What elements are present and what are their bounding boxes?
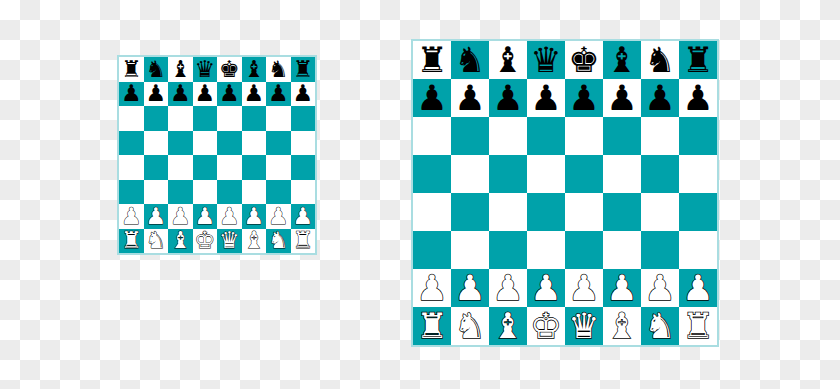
- square-d2: ♟: [193, 204, 218, 229]
- square-g6: [641, 117, 679, 155]
- black-bishop: ♝: [606, 43, 637, 78]
- square-c1: ♝: [168, 229, 193, 254]
- small-chessboard: ♜♞♝♛♚♝♞♜♟♟♟♟♟♟♟♟♟♟♟♟♟♟♟♟♜♞♝♚♛♝♞♜: [117, 55, 317, 255]
- white-pawn: ♟: [219, 205, 240, 228]
- black-knight: ♞: [454, 43, 485, 78]
- square-a5: [413, 155, 451, 193]
- square-f6: [242, 106, 267, 131]
- square-c6: [168, 106, 193, 131]
- square-e6: [217, 106, 242, 131]
- black-pawn: ♟: [530, 81, 561, 116]
- square-c8: ♝: [489, 41, 527, 79]
- black-rook: ♜: [292, 58, 313, 81]
- white-bishop: ♝: [492, 309, 523, 344]
- square-e4: [565, 193, 603, 231]
- white-rook: ♜: [292, 229, 313, 252]
- square-c4: [168, 155, 193, 180]
- square-g4: [641, 193, 679, 231]
- square-a4: [119, 155, 144, 180]
- square-b6: [144, 106, 169, 131]
- square-c2: ♟: [168, 204, 193, 229]
- square-c8: ♝: [168, 57, 193, 82]
- square-e5: [217, 131, 242, 156]
- black-knight: ♞: [644, 43, 675, 78]
- square-h4: [291, 155, 316, 180]
- square-e8: ♚: [217, 57, 242, 82]
- square-c3: [489, 231, 527, 269]
- white-pawn: ♟: [416, 271, 447, 306]
- square-a1: ♜: [413, 307, 451, 345]
- white-king: ♚: [194, 229, 215, 252]
- white-rook: ♜: [682, 309, 713, 344]
- square-f3: [603, 231, 641, 269]
- square-g5: [266, 131, 291, 156]
- square-h4: [679, 193, 717, 231]
- square-c4: [489, 193, 527, 231]
- black-pawn: ♟: [145, 82, 166, 105]
- white-pawn: ♟: [492, 271, 523, 306]
- white-pawn: ♟: [268, 205, 289, 228]
- square-c2: ♟: [489, 269, 527, 307]
- black-pawn: ♟: [243, 82, 264, 105]
- black-pawn: ♟: [121, 82, 142, 105]
- square-b3: [144, 180, 169, 205]
- square-e3: [217, 180, 242, 205]
- black-bishop: ♝: [492, 43, 523, 78]
- black-pawn: ♟: [170, 82, 191, 105]
- square-d7: ♟: [527, 79, 565, 117]
- square-g6: [266, 106, 291, 131]
- black-pawn: ♟: [454, 81, 485, 116]
- black-pawn: ♟: [644, 81, 675, 116]
- square-b8: ♞: [451, 41, 489, 79]
- square-h6: [291, 106, 316, 131]
- square-h5: [291, 131, 316, 156]
- square-f8: ♝: [242, 57, 267, 82]
- square-h2: ♟: [679, 269, 717, 307]
- square-a6: [119, 106, 144, 131]
- square-e5: [565, 155, 603, 193]
- square-f7: ♟: [603, 79, 641, 117]
- square-f4: [603, 193, 641, 231]
- square-d1: ♚: [527, 307, 565, 345]
- square-e6: [565, 117, 603, 155]
- black-king: ♚: [219, 58, 240, 81]
- square-a8: ♜: [413, 41, 451, 79]
- square-h7: ♟: [679, 79, 717, 117]
- white-pawn: ♟: [145, 205, 166, 228]
- white-knight: ♞: [268, 229, 289, 252]
- square-b1: ♞: [144, 229, 169, 254]
- white-queen: ♛: [568, 309, 599, 344]
- square-a6: [413, 117, 451, 155]
- square-a2: ♟: [119, 204, 144, 229]
- square-d4: [193, 155, 218, 180]
- white-pawn: ♟: [454, 271, 485, 306]
- square-e1: ♛: [217, 229, 242, 254]
- square-b6: [451, 117, 489, 155]
- square-h1: ♜: [679, 307, 717, 345]
- square-f3: [242, 180, 267, 205]
- square-g3: [266, 180, 291, 205]
- white-rook: ♜: [416, 309, 447, 344]
- square-e3: [565, 231, 603, 269]
- square-f5: [242, 131, 267, 156]
- white-pawn: ♟: [170, 205, 191, 228]
- black-pawn: ♟: [682, 81, 713, 116]
- square-b2: ♟: [144, 204, 169, 229]
- square-a5: [119, 131, 144, 156]
- square-g4: [266, 155, 291, 180]
- square-d6: [527, 117, 565, 155]
- square-d4: [527, 193, 565, 231]
- square-h6: [679, 117, 717, 155]
- square-a2: ♟: [413, 269, 451, 307]
- square-b7: ♟: [144, 82, 169, 107]
- square-e7: ♟: [217, 82, 242, 107]
- square-f2: ♟: [603, 269, 641, 307]
- black-pawn: ♟: [194, 82, 215, 105]
- square-b4: [144, 155, 169, 180]
- square-g3: [641, 231, 679, 269]
- square-f7: ♟: [242, 82, 267, 107]
- square-c3: [168, 180, 193, 205]
- white-pawn: ♟: [121, 205, 142, 228]
- white-pawn: ♟: [568, 271, 599, 306]
- black-pawn: ♟: [292, 82, 313, 105]
- square-e8: ♚: [565, 41, 603, 79]
- black-pawn: ♟: [268, 82, 289, 105]
- square-c5: [168, 131, 193, 156]
- square-d3: [193, 180, 218, 205]
- black-pawn: ♟: [606, 81, 637, 116]
- square-g7: ♟: [641, 79, 679, 117]
- square-f6: [603, 117, 641, 155]
- square-c5: [489, 155, 527, 193]
- square-a8: ♜: [119, 57, 144, 82]
- square-g1: ♞: [266, 229, 291, 254]
- square-h3: [291, 180, 316, 205]
- white-pawn: ♟: [243, 205, 264, 228]
- square-h2: ♟: [291, 204, 316, 229]
- square-h8: ♜: [679, 41, 717, 79]
- square-b7: ♟: [451, 79, 489, 117]
- square-d7: ♟: [193, 82, 218, 107]
- square-c7: ♟: [168, 82, 193, 107]
- square-d1: ♚: [193, 229, 218, 254]
- white-bishop: ♝: [170, 229, 191, 252]
- black-knight: ♞: [268, 58, 289, 81]
- square-f4: [242, 155, 267, 180]
- square-g8: ♞: [641, 41, 679, 79]
- square-d5: [193, 131, 218, 156]
- square-g2: ♟: [266, 204, 291, 229]
- square-b3: [451, 231, 489, 269]
- square-a3: [119, 180, 144, 205]
- black-pawn: ♟: [568, 81, 599, 116]
- square-g2: ♟: [641, 269, 679, 307]
- square-h7: ♟: [291, 82, 316, 107]
- square-a4: [413, 193, 451, 231]
- square-e1: ♛: [565, 307, 603, 345]
- square-a7: ♟: [413, 79, 451, 117]
- black-pawn: ♟: [219, 82, 240, 105]
- square-e4: [217, 155, 242, 180]
- square-d8: ♛: [527, 41, 565, 79]
- white-queen: ♛: [219, 229, 240, 252]
- square-b2: ♟: [451, 269, 489, 307]
- black-rook: ♜: [682, 43, 713, 78]
- black-pawn: ♟: [416, 81, 447, 116]
- square-c1: ♝: [489, 307, 527, 345]
- square-d3: [527, 231, 565, 269]
- square-g8: ♞: [266, 57, 291, 82]
- square-f2: ♟: [242, 204, 267, 229]
- square-b1: ♞: [451, 307, 489, 345]
- square-d8: ♛: [193, 57, 218, 82]
- square-h1: ♜: [291, 229, 316, 254]
- white-pawn: ♟: [606, 271, 637, 306]
- square-b5: [451, 155, 489, 193]
- white-knight: ♞: [454, 309, 485, 344]
- square-d5: [527, 155, 565, 193]
- black-queen: ♛: [530, 43, 561, 78]
- white-rook: ♜: [121, 229, 142, 252]
- square-c7: ♟: [489, 79, 527, 117]
- square-g1: ♞: [641, 307, 679, 345]
- white-pawn: ♟: [682, 271, 713, 306]
- square-h3: [679, 231, 717, 269]
- square-g5: [641, 155, 679, 193]
- white-knight: ♞: [644, 309, 675, 344]
- square-b8: ♞: [144, 57, 169, 82]
- white-pawn: ♟: [530, 271, 561, 306]
- black-king: ♚: [568, 43, 599, 78]
- square-b5: [144, 131, 169, 156]
- black-knight: ♞: [145, 58, 166, 81]
- white-bishop: ♝: [243, 229, 264, 252]
- square-a1: ♜: [119, 229, 144, 254]
- square-e7: ♟: [565, 79, 603, 117]
- black-rook: ♜: [416, 43, 447, 78]
- square-e2: ♟: [217, 204, 242, 229]
- square-f1: ♝: [242, 229, 267, 254]
- white-king: ♚: [530, 309, 561, 344]
- square-b4: [451, 193, 489, 231]
- white-pawn: ♟: [292, 205, 313, 228]
- square-c6: [489, 117, 527, 155]
- black-bishop: ♝: [243, 58, 264, 81]
- square-f1: ♝: [603, 307, 641, 345]
- square-d6: [193, 106, 218, 131]
- square-g7: ♟: [266, 82, 291, 107]
- large-chessboard: ♜♞♝♛♚♝♞♜♟♟♟♟♟♟♟♟♟♟♟♟♟♟♟♟♜♞♝♚♛♝♞♜: [411, 39, 719, 347]
- white-pawn: ♟: [194, 205, 215, 228]
- black-rook: ♜: [121, 58, 142, 81]
- black-pawn: ♟: [492, 81, 523, 116]
- square-a7: ♟: [119, 82, 144, 107]
- white-bishop: ♝: [606, 309, 637, 344]
- black-bishop: ♝: [170, 58, 191, 81]
- square-d2: ♟: [527, 269, 565, 307]
- square-f8: ♝: [603, 41, 641, 79]
- black-queen: ♛: [194, 58, 215, 81]
- white-pawn: ♟: [644, 271, 675, 306]
- square-h8: ♜: [291, 57, 316, 82]
- square-f5: [603, 155, 641, 193]
- square-a3: [413, 231, 451, 269]
- square-h5: [679, 155, 717, 193]
- white-knight: ♞: [145, 229, 166, 252]
- square-e2: ♟: [565, 269, 603, 307]
